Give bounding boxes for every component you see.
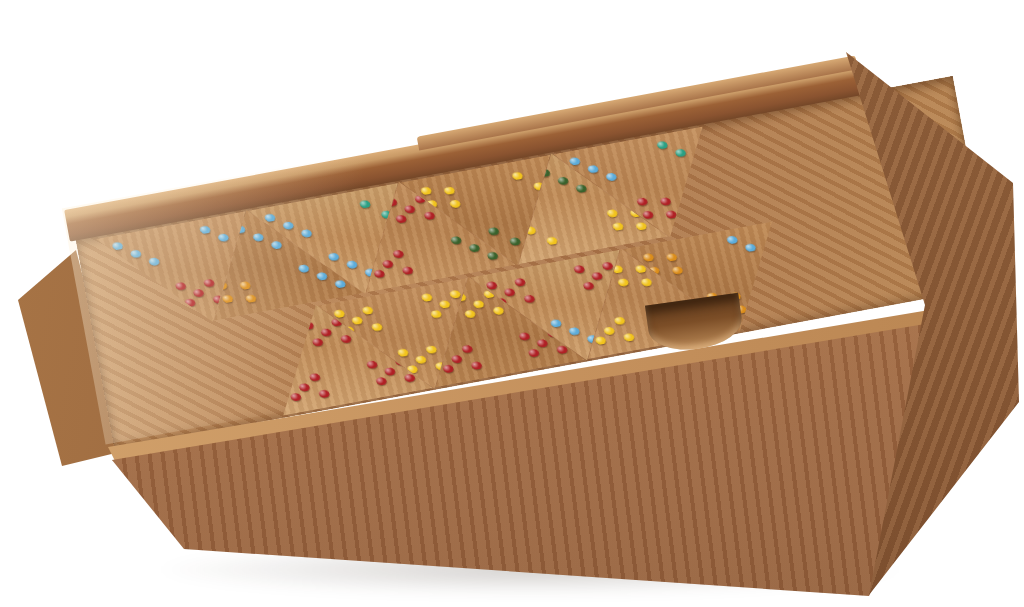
blue-pip [762, 251, 775, 260]
product-photo-scene [0, 0, 1024, 607]
teal-pip [692, 156, 705, 165]
red-pip [280, 376, 293, 385]
